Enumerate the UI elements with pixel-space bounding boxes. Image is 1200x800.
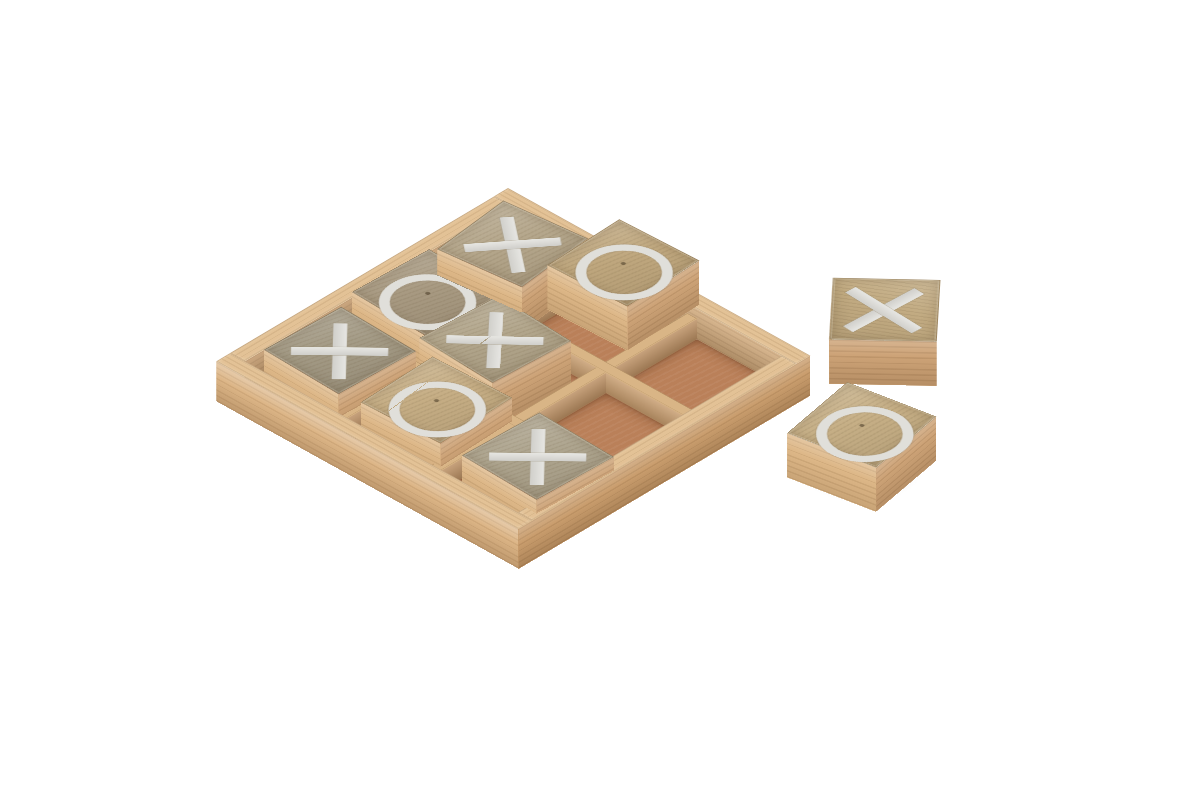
x-symbol bbox=[828, 278, 939, 342]
game-tray bbox=[216, 228, 810, 569]
product-photo: Wooden tic-tac-toe (noughts and crosses)… bbox=[0, 0, 1200, 800]
